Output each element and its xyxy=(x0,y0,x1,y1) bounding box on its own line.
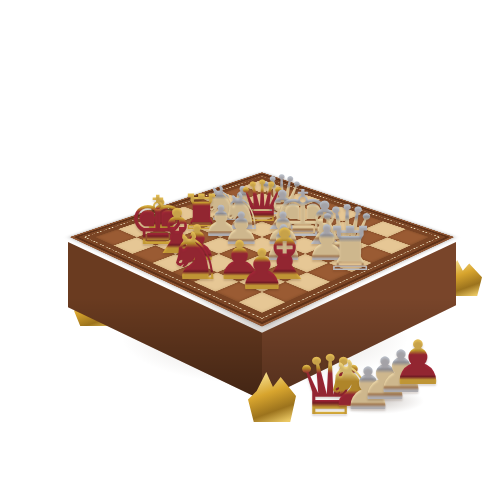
chess-set-product-photo: ♛♟♛♝♚♝♛♞♞♟♟♜♜♟♟♟♟♝♚♝♟♟♟♞ ♛♞♟♟♟♟ xyxy=(0,0,500,500)
